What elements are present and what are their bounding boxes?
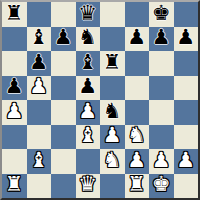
square-g1[interactable]: ♚ — [149, 174, 174, 199]
square-g7[interactable]: ♟ — [149, 27, 174, 52]
square-b7[interactable]: ♝ — [27, 27, 52, 52]
piece-black-knight: ♞ — [103, 101, 122, 122]
piece-white-knight: ♞ — [103, 150, 122, 171]
square-f6[interactable] — [125, 51, 150, 76]
piece-black-knight: ♞ — [78, 27, 97, 48]
square-d1[interactable]: ♛ — [76, 174, 101, 199]
chessboard: ♜♛♚♝♟♞♟♟♟♟♝♜♟♟♟♟♟♞♝♟♞♝♞♟♟♟♜♛♜♚ — [2, 2, 198, 198]
piece-black-bishop: ♝ — [78, 52, 97, 73]
piece-black-king: ♚ — [152, 3, 171, 24]
piece-black-rook: ♜ — [103, 52, 122, 73]
piece-black-pawn: ♟ — [78, 76, 97, 97]
square-d6[interactable]: ♝ — [76, 51, 101, 76]
square-h7[interactable]: ♟ — [174, 27, 199, 52]
square-d5[interactable]: ♟ — [76, 76, 101, 101]
square-e1[interactable] — [100, 174, 125, 199]
square-d2[interactable] — [76, 149, 101, 174]
square-g5[interactable] — [149, 76, 174, 101]
square-h6[interactable] — [174, 51, 199, 76]
piece-white-pawn: ♟ — [127, 150, 146, 171]
square-h3[interactable] — [174, 125, 199, 150]
square-e5[interactable] — [100, 76, 125, 101]
square-f7[interactable]: ♟ — [125, 27, 150, 52]
square-e3[interactable]: ♟ — [100, 125, 125, 150]
square-b6[interactable]: ♟ — [27, 51, 52, 76]
square-a5[interactable]: ♟ — [2, 76, 27, 101]
piece-white-knight: ♞ — [127, 125, 146, 146]
square-h1[interactable] — [174, 174, 199, 199]
square-f1[interactable]: ♜ — [125, 174, 150, 199]
piece-black-queen: ♛ — [78, 3, 97, 24]
square-g4[interactable] — [149, 100, 174, 125]
square-g3[interactable] — [149, 125, 174, 150]
chessboard-frame: ♜♛♚♝♟♞♟♟♟♟♝♜♟♟♟♟♟♞♝♟♞♝♞♟♟♟♜♛♜♚ — [0, 0, 200, 200]
square-e6[interactable]: ♜ — [100, 51, 125, 76]
square-b4[interactable] — [27, 100, 52, 125]
square-a6[interactable] — [2, 51, 27, 76]
square-f8[interactable] — [125, 2, 150, 27]
piece-white-bishop: ♝ — [78, 125, 97, 146]
square-g6[interactable] — [149, 51, 174, 76]
square-d8[interactable]: ♛ — [76, 2, 101, 27]
piece-white-queen: ♛ — [78, 174, 97, 195]
square-f5[interactable] — [125, 76, 150, 101]
square-b5[interactable]: ♟ — [27, 76, 52, 101]
piece-black-rook: ♜ — [5, 3, 24, 24]
square-g2[interactable]: ♟ — [149, 149, 174, 174]
square-b2[interactable]: ♝ — [27, 149, 52, 174]
square-g8[interactable]: ♚ — [149, 2, 174, 27]
piece-white-pawn: ♟ — [5, 101, 24, 122]
square-a4[interactable]: ♟ — [2, 100, 27, 125]
piece-black-bishop: ♝ — [29, 27, 48, 48]
square-c2[interactable] — [51, 149, 76, 174]
piece-white-pawn: ♟ — [29, 76, 48, 97]
square-a8[interactable]: ♜ — [2, 2, 27, 27]
piece-white-pawn: ♟ — [152, 150, 171, 171]
square-h8[interactable] — [174, 2, 199, 27]
square-h2[interactable]: ♟ — [174, 149, 199, 174]
square-f2[interactable]: ♟ — [125, 149, 150, 174]
piece-white-pawn: ♟ — [103, 125, 122, 146]
square-c7[interactable]: ♟ — [51, 27, 76, 52]
square-f4[interactable] — [125, 100, 150, 125]
piece-white-pawn: ♟ — [176, 150, 195, 171]
square-f3[interactable]: ♞ — [125, 125, 150, 150]
square-e2[interactable]: ♞ — [100, 149, 125, 174]
square-h4[interactable] — [174, 100, 199, 125]
piece-white-king: ♚ — [152, 174, 171, 195]
square-c8[interactable] — [51, 2, 76, 27]
piece-white-rook: ♜ — [5, 174, 24, 195]
piece-black-pawn: ♟ — [5, 76, 24, 97]
square-b3[interactable] — [27, 125, 52, 150]
square-e4[interactable]: ♞ — [100, 100, 125, 125]
square-e7[interactable] — [100, 27, 125, 52]
square-c6[interactable] — [51, 51, 76, 76]
square-e8[interactable] — [100, 2, 125, 27]
piece-white-bishop: ♝ — [29, 150, 48, 171]
square-d4[interactable]: ♟ — [76, 100, 101, 125]
piece-white-pawn: ♟ — [78, 101, 97, 122]
piece-black-pawn: ♟ — [127, 27, 146, 48]
square-d3[interactable]: ♝ — [76, 125, 101, 150]
piece-black-pawn: ♟ — [29, 52, 48, 73]
piece-black-pawn: ♟ — [54, 27, 73, 48]
square-a1[interactable]: ♜ — [2, 174, 27, 199]
square-b8[interactable] — [27, 2, 52, 27]
piece-white-rook: ♜ — [127, 174, 146, 195]
square-a3[interactable] — [2, 125, 27, 150]
square-c4[interactable] — [51, 100, 76, 125]
square-b1[interactable] — [27, 174, 52, 199]
square-d7[interactable]: ♞ — [76, 27, 101, 52]
square-c1[interactable] — [51, 174, 76, 199]
square-a2[interactable] — [2, 149, 27, 174]
square-c3[interactable] — [51, 125, 76, 150]
square-a7[interactable] — [2, 27, 27, 52]
square-c5[interactable] — [51, 76, 76, 101]
piece-black-pawn: ♟ — [176, 27, 195, 48]
piece-black-pawn: ♟ — [152, 27, 171, 48]
square-h5[interactable] — [174, 76, 199, 101]
